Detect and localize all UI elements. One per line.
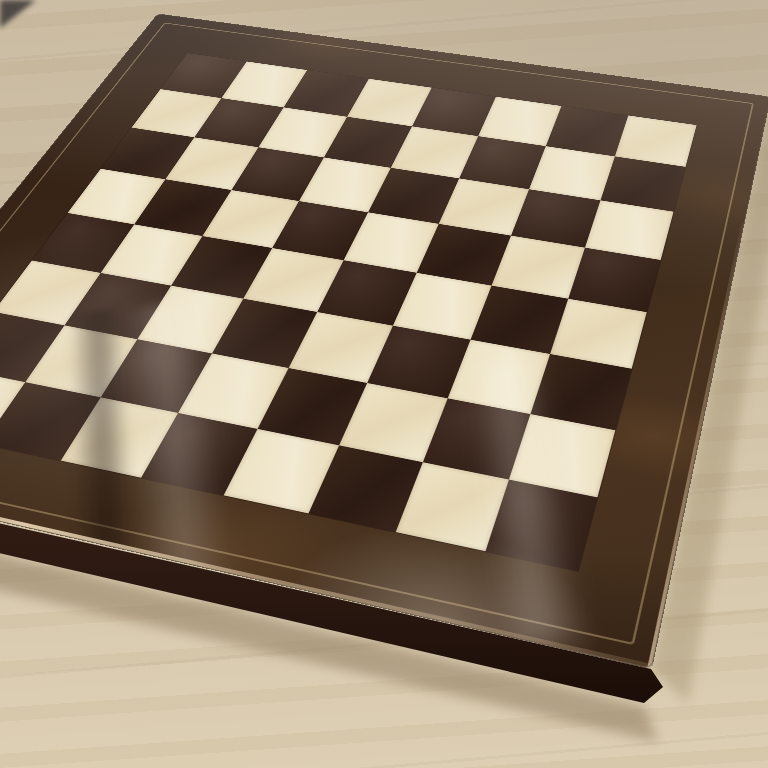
photo-scene [0,0,768,768]
board-squares-grid [0,53,697,571]
background-corner-object [0,0,36,28]
